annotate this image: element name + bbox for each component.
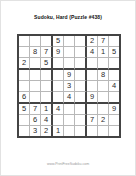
cell-r1c2[interactable] <box>30 36 41 47</box>
cell-r5c8[interactable] <box>98 81 109 92</box>
board-row-6: 649 <box>19 92 119 104</box>
cell-r8c8: 2 <box>98 115 109 126</box>
cell-r6c2[interactable] <box>30 92 41 104</box>
cell-r5c6[interactable] <box>75 81 87 92</box>
cell-r3c2[interactable] <box>30 58 41 70</box>
cell-r9c3: 2 <box>41 126 53 136</box>
board-row-5: 34 <box>19 81 119 92</box>
cell-r1c9[interactable] <box>109 36 119 47</box>
cell-r8c3: 4 <box>41 115 53 126</box>
cell-r4c6[interactable] <box>75 70 87 81</box>
cell-r7c1: 5 <box>19 104 30 115</box>
cell-r2c5[interactable] <box>64 47 75 58</box>
cell-r9c6[interactable] <box>75 126 87 136</box>
cell-r1c1[interactable] <box>19 36 30 47</box>
cell-r1c3[interactable] <box>41 36 53 47</box>
cell-r2c9: 5 <box>109 47 119 58</box>
cell-r9c5[interactable] <box>64 126 75 136</box>
cell-r1c7: 2 <box>87 36 98 47</box>
cell-r2c1[interactable] <box>19 47 30 58</box>
cell-r9c4: 1 <box>53 126 64 136</box>
cell-r1c6[interactable] <box>75 36 87 47</box>
board-row-8: 6472 <box>19 115 119 126</box>
sudoku-board: 527879415259834649571496472321 <box>17 34 121 138</box>
cell-r2c8: 1 <box>98 47 109 58</box>
cell-r8c5[interactable] <box>64 115 75 126</box>
cell-r1c4: 5 <box>53 36 64 47</box>
cell-r8c7: 7 <box>87 115 98 126</box>
cell-r9c9[interactable] <box>109 126 119 136</box>
footer-url: www.PrintFreeSudoku.com <box>1 162 135 166</box>
cell-r8c4[interactable] <box>53 115 64 126</box>
cell-r5c7[interactable] <box>87 81 98 92</box>
board-row-3: 25 <box>19 58 119 70</box>
cell-r5c4[interactable] <box>53 81 64 92</box>
cell-r7c3: 1 <box>41 104 53 115</box>
cell-r5c3[interactable] <box>41 81 53 92</box>
cell-r2c4: 9 <box>53 47 64 58</box>
cell-r6c1: 6 <box>19 92 30 104</box>
page-title: Sudoku, Hard (Puzzle #438) <box>1 14 135 20</box>
cell-r2c6[interactable] <box>75 47 87 58</box>
cell-r3c4[interactable] <box>53 58 64 70</box>
cell-r8c9[interactable] <box>109 115 119 126</box>
cell-r3c1: 2 <box>19 58 30 70</box>
board-row-9: 321 <box>19 126 119 136</box>
cell-r4c3[interactable] <box>41 70 53 81</box>
cell-r7c4: 4 <box>53 104 64 115</box>
cell-r1c5[interactable] <box>64 36 75 47</box>
cell-r8c1[interactable] <box>19 115 30 126</box>
cell-r5c9: 4 <box>109 81 119 92</box>
sudoku-page: Sudoku, Hard (Puzzle #438) 5278794152598… <box>0 0 136 176</box>
cell-r9c1[interactable] <box>19 126 30 136</box>
cell-r8c2: 6 <box>30 115 41 126</box>
cell-r3c8[interactable] <box>98 58 109 70</box>
cell-r6c9[interactable] <box>109 92 119 104</box>
cell-r7c7[interactable] <box>87 104 98 115</box>
cell-r9c8[interactable] <box>98 126 109 136</box>
cell-r3c6[interactable] <box>75 58 87 70</box>
cell-r9c2: 3 <box>30 126 41 136</box>
board-row-7: 57149 <box>19 104 119 115</box>
cell-r5c2[interactable] <box>30 81 41 92</box>
cell-r4c9[interactable] <box>109 70 119 81</box>
cell-r6c6[interactable] <box>75 92 87 104</box>
cell-r2c2: 8 <box>30 47 41 58</box>
cell-r6c3[interactable] <box>41 92 53 104</box>
cell-r6c4[interactable] <box>53 92 64 104</box>
cell-r2c7: 4 <box>87 47 98 58</box>
cell-r6c5: 4 <box>64 92 75 104</box>
cell-r7c2: 7 <box>30 104 41 115</box>
cell-r8c6[interactable] <box>75 115 87 126</box>
cell-r3c5[interactable] <box>64 58 75 70</box>
board-row-1: 527 <box>19 36 119 47</box>
cell-r6c7: 9 <box>87 92 98 104</box>
cell-r3c3: 5 <box>41 58 53 70</box>
cell-r2c3: 7 <box>41 47 53 58</box>
cell-r4c4[interactable] <box>53 70 64 81</box>
cell-r5c5: 3 <box>64 81 75 92</box>
cell-r4c2[interactable] <box>30 70 41 81</box>
cell-r4c1[interactable] <box>19 70 30 81</box>
cell-r4c7[interactable] <box>87 70 98 81</box>
cell-r7c6[interactable] <box>75 104 87 115</box>
cell-r1c8: 7 <box>98 36 109 47</box>
board-row-4: 98 <box>19 70 119 81</box>
cell-r7c9: 9 <box>109 104 119 115</box>
cell-r7c8[interactable] <box>98 104 109 115</box>
board-row-2: 879415 <box>19 47 119 58</box>
cell-r7c5[interactable] <box>64 104 75 115</box>
cell-r5c1[interactable] <box>19 81 30 92</box>
cell-r4c5: 9 <box>64 70 75 81</box>
cell-r9c7[interactable] <box>87 126 98 136</box>
cell-r4c8: 8 <box>98 70 109 81</box>
cell-r3c9[interactable] <box>109 58 119 70</box>
cell-r3c7[interactable] <box>87 58 98 70</box>
cell-r6c8[interactable] <box>98 92 109 104</box>
